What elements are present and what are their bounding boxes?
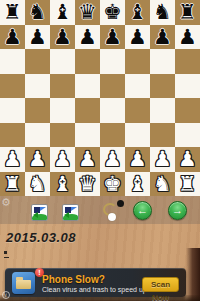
square-f7[interactable]: ♟	[125, 25, 150, 50]
square-e1[interactable]: ♚	[100, 172, 125, 197]
square-d8[interactable]: ♛	[75, 0, 100, 25]
square-c6[interactable]	[50, 49, 75, 74]
square-e3[interactable]	[100, 123, 125, 148]
square-g5[interactable]	[150, 74, 175, 99]
square-f5[interactable]	[125, 74, 150, 99]
black-pawn: ♟	[178, 25, 197, 50]
black-pawn: ♟	[103, 25, 122, 50]
square-d1[interactable]: ♛	[75, 172, 100, 197]
black-rook: ♜	[178, 0, 197, 25]
white-pawn: ♟	[153, 147, 172, 172]
square-g6[interactable]	[150, 49, 175, 74]
black-pawn: ♟	[153, 25, 172, 50]
square-g8[interactable]: ♞	[150, 0, 175, 25]
square-b1[interactable]: ♞	[25, 172, 50, 197]
ad-info-icon[interactable]: i	[2, 291, 10, 299]
black-king: ♚	[103, 0, 122, 25]
square-c3[interactable]	[50, 123, 75, 148]
white-knight: ♞	[153, 172, 172, 197]
black-queen: ♛	[78, 0, 97, 25]
black-side-dot	[117, 200, 124, 207]
square-a7[interactable]: ♟	[0, 25, 25, 50]
square-g3[interactable]	[150, 123, 175, 148]
ad-headline: Phone Slow?	[42, 274, 105, 285]
black-pawn: ♟	[28, 25, 47, 50]
folder-icon	[16, 280, 31, 289]
white-pawn: ♟	[78, 147, 97, 172]
image-icon-arrow	[64, 212, 69, 218]
white-queen: ♛	[78, 172, 97, 197]
square-f4[interactable]	[125, 98, 150, 123]
chess-app-screen: ♜♞♝♛♚♝♞♜♟♟♟♟♟♟♟♟♟♟♟♟♟♟♟♟♜♞♝♛♚♝♞♜ ⚙ ← → 2…	[0, 0, 200, 301]
flip-board-icon[interactable]	[101, 200, 125, 221]
square-c2[interactable]: ♟	[50, 147, 75, 172]
white-pawn: ♟	[53, 147, 72, 172]
white-bishop: ♝	[128, 172, 147, 197]
square-g2[interactable]: ♟	[150, 147, 175, 172]
black-pawn: ♟	[78, 25, 97, 50]
square-a1[interactable]: ♜	[0, 172, 25, 197]
square-f3[interactable]	[125, 123, 150, 148]
black-rook: ♜	[3, 0, 22, 25]
square-b5[interactable]	[25, 74, 50, 99]
forward-arrow-icon: →	[172, 202, 183, 219]
square-h4[interactable]	[175, 98, 200, 123]
square-e4[interactable]	[100, 98, 125, 123]
square-e7[interactable]: ♟	[100, 25, 125, 50]
white-side-dot	[108, 213, 116, 221]
white-rook: ♜	[178, 172, 197, 197]
black-knight: ♞	[153, 0, 172, 25]
square-h1[interactable]: ♜	[175, 172, 200, 197]
forward-button[interactable]: →	[168, 201, 187, 220]
square-f8[interactable]: ♝	[125, 0, 150, 25]
square-c1[interactable]: ♝	[50, 172, 75, 197]
square-a3[interactable]	[0, 123, 25, 148]
square-b4[interactable]	[25, 98, 50, 123]
square-b7[interactable]: ♟	[25, 25, 50, 50]
square-a5[interactable]	[0, 74, 25, 99]
white-pawn: ♟	[178, 147, 197, 172]
ad-banner[interactable]: ! Phone Slow? Clean virus and trash to s…	[5, 268, 186, 297]
square-b2[interactable]: ♟	[25, 147, 50, 172]
black-knight: ♞	[28, 0, 47, 25]
square-d6[interactable]	[75, 49, 100, 74]
white-rook: ♜	[3, 172, 22, 197]
black-pawn: ♟	[53, 25, 72, 50]
square-e2[interactable]: ♟	[100, 147, 125, 172]
square-a8[interactable]: ♜	[0, 0, 25, 25]
flag-icon	[71, 207, 77, 214]
board-image-icon-2[interactable]	[62, 204, 79, 221]
square-a6[interactable]	[0, 49, 25, 74]
black-bishop: ♝	[128, 0, 147, 25]
white-bishop: ♝	[53, 172, 72, 197]
square-b6[interactable]	[25, 49, 50, 74]
back-arrow-icon: ←	[137, 202, 148, 219]
square-h5[interactable]	[175, 74, 200, 99]
square-d4[interactable]	[75, 98, 100, 123]
square-f1[interactable]: ♝	[125, 172, 150, 197]
square-c8[interactable]: ♝	[50, 0, 75, 25]
black-pawn: ♟	[3, 25, 22, 50]
ad-subtext: Clean virus and trash to speed up.	[42, 286, 149, 293]
chess-board: ♜♞♝♛♚♝♞♜♟♟♟♟♟♟♟♟♟♟♟♟♟♟♟♟♜♞♝♛♚♝♞♜	[0, 0, 200, 196]
square-e5[interactable]	[100, 74, 125, 99]
square-g7[interactable]: ♟	[150, 25, 175, 50]
square-d3[interactable]	[75, 123, 100, 148]
square-d2[interactable]: ♟	[75, 147, 100, 172]
white-pawn: ♟	[28, 147, 47, 172]
game-date-label: 2015.03.08	[6, 230, 76, 245]
flag-icon	[40, 207, 46, 214]
square-g1[interactable]: ♞	[150, 172, 175, 197]
image-icon-arrow	[33, 212, 38, 218]
square-c5[interactable]	[50, 74, 75, 99]
square-e8[interactable]: ♚	[100, 0, 125, 25]
ad-phone-cleaner-icon[interactable]: !	[12, 272, 35, 294]
square-b3[interactable]	[25, 123, 50, 148]
square-a4[interactable]	[0, 98, 25, 123]
scan-now-button[interactable]: Scan Now	[142, 277, 179, 292]
black-bishop: ♝	[53, 0, 72, 25]
square-c7[interactable]: ♟	[50, 25, 75, 50]
square-b8[interactable]: ♞	[25, 0, 50, 25]
square-a2[interactable]: ♟	[0, 147, 25, 172]
board-image-icon-1[interactable]	[31, 204, 48, 221]
back-button[interactable]: ←	[133, 201, 152, 220]
square-e6[interactable]	[100, 49, 125, 74]
square-d5[interactable]	[75, 74, 100, 99]
square-d7[interactable]: ♟	[75, 25, 100, 50]
white-king: ♚	[103, 172, 122, 197]
square-h7[interactable]: ♟	[175, 25, 200, 50]
square-f6[interactable]	[125, 49, 150, 74]
gear-icon[interactable]: ⚙	[1, 197, 11, 208]
small-marker	[4, 251, 9, 258]
square-g4[interactable]	[150, 98, 175, 123]
white-pawn: ♟	[103, 147, 122, 172]
square-h3[interactable]	[175, 123, 200, 148]
white-knight: ♞	[28, 172, 47, 197]
square-h8[interactable]: ♜	[175, 0, 200, 25]
square-c4[interactable]	[50, 98, 75, 123]
square-f2[interactable]: ♟	[125, 147, 150, 172]
square-h2[interactable]: ♟	[175, 147, 200, 172]
black-pawn: ♟	[128, 25, 147, 50]
square-h6[interactable]	[175, 49, 200, 74]
white-pawn: ♟	[128, 147, 147, 172]
wood-shadow-strip	[186, 248, 200, 301]
white-pawn: ♟	[3, 147, 22, 172]
